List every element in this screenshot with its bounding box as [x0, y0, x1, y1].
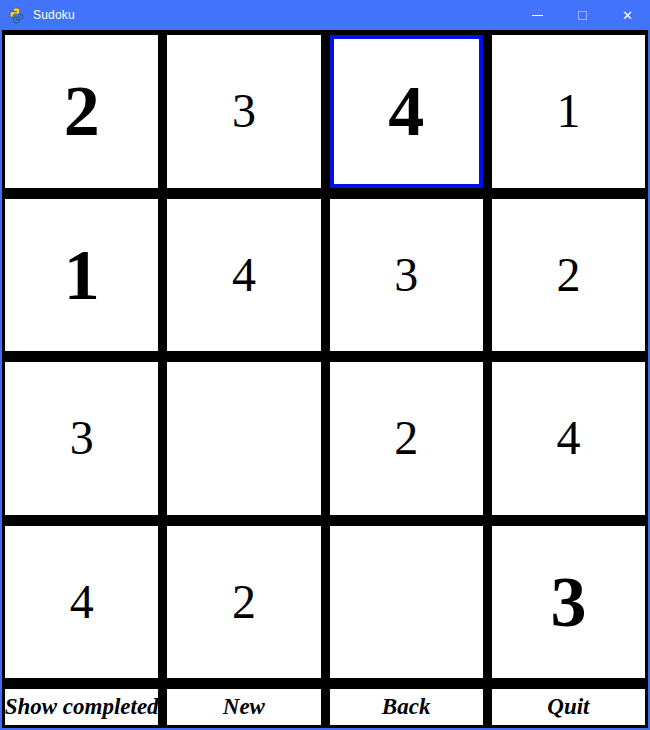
close-icon: ✕ [622, 9, 633, 22]
cell-r3c2[interactable] [167, 362, 320, 515]
sudoku-board: 2 3 4 1 1 4 3 2 3 2 4 4 2 3 Show complet… [0, 30, 650, 730]
cell-r2c2[interactable]: 4 [167, 199, 320, 352]
window-controls: ✕ [515, 0, 650, 30]
close-button[interactable]: ✕ [605, 0, 650, 30]
python-icon [8, 7, 25, 24]
quit-button[interactable]: Quit [492, 689, 645, 725]
cell-r1c1[interactable]: 2 [5, 35, 158, 188]
cell-r1c3[interactable]: 4 [330, 35, 483, 188]
sudoku-window: Sudoku ✕ 2 3 4 1 1 4 3 2 3 2 4 4 2 3 Sho… [0, 0, 650, 730]
cell-r3c3[interactable]: 2 [330, 362, 483, 515]
cell-r4c1[interactable]: 4 [5, 526, 158, 679]
cell-r2c3[interactable]: 3 [330, 199, 483, 352]
minimize-button[interactable] [515, 0, 560, 30]
cell-r2c4[interactable]: 2 [492, 199, 645, 352]
cell-r4c3[interactable] [330, 526, 483, 679]
cell-r1c2[interactable]: 3 [167, 35, 320, 188]
cell-r2c1[interactable]: 1 [5, 199, 158, 352]
cell-r1c4[interactable]: 1 [492, 35, 645, 188]
minimize-icon [532, 15, 543, 16]
cell-r3c4[interactable]: 4 [492, 362, 645, 515]
show-completed-button[interactable]: Show completed [5, 689, 158, 725]
maximize-icon [578, 11, 587, 20]
cell-r3c1[interactable]: 3 [5, 362, 158, 515]
back-button[interactable]: Back [330, 689, 483, 725]
titlebar: Sudoku ✕ [0, 0, 650, 30]
maximize-button[interactable] [560, 0, 605, 30]
cell-r4c4[interactable]: 3 [492, 526, 645, 679]
window-title: Sudoku [33, 8, 75, 22]
cell-r4c2[interactable]: 2 [167, 526, 320, 679]
new-button[interactable]: New [167, 689, 320, 725]
